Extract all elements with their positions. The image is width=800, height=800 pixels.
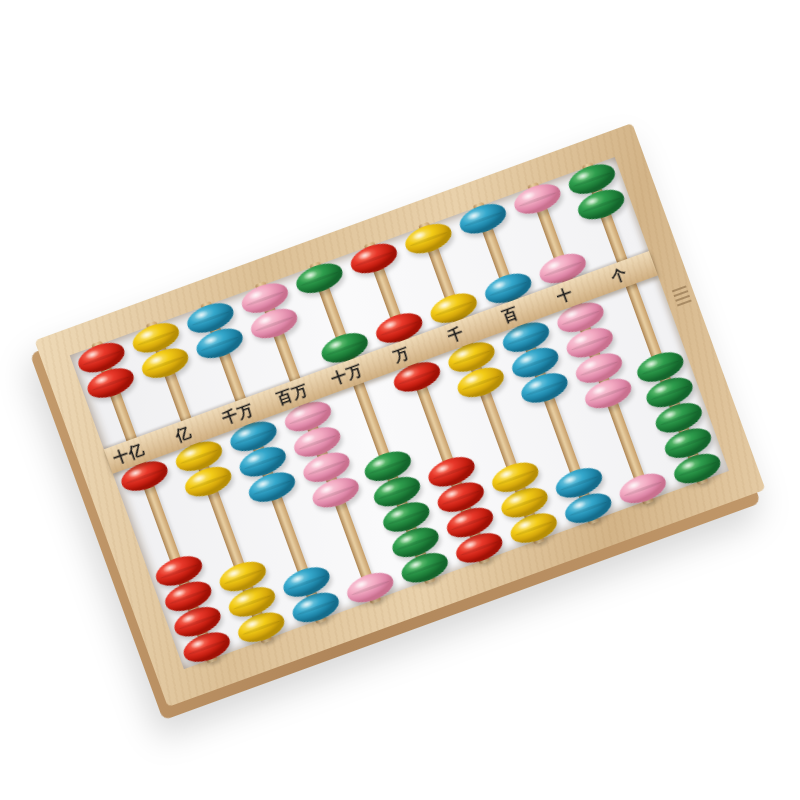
wooden-frame: 十亿亿千万百万十万万千百十个 — [34, 123, 765, 707]
abacus-opening: 十亿亿千万百万十万万千百十个 — [70, 157, 729, 669]
abacus-board: 十亿亿千万百万十万万千百十个 — [34, 123, 765, 707]
frame-joint-marks — [671, 283, 692, 307]
product-photo-scene: 十亿亿千万百万十万万千百十个 — [0, 0, 800, 800]
